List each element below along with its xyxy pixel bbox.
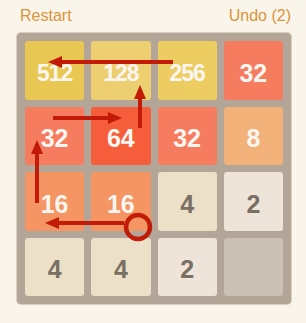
board-grid[interactable]: 512 128 256 32 32 64 32 8 16 16 4 2 4 4 … bbox=[17, 33, 291, 304]
undo-button[interactable]: Undo (2) bbox=[229, 7, 291, 25]
tile: 32 bbox=[158, 107, 217, 166]
tile: 512 bbox=[25, 41, 84, 100]
tile: 16 bbox=[25, 172, 84, 231]
tile: 4 bbox=[91, 238, 150, 297]
tile: 32 bbox=[224, 41, 283, 100]
tile: 16 bbox=[91, 172, 150, 231]
tile: 2 bbox=[224, 172, 283, 231]
tile: 8 bbox=[224, 107, 283, 166]
top-bar: Restart Undo (2) bbox=[0, 0, 306, 33]
tile: 128 bbox=[91, 41, 150, 100]
empty-cell bbox=[224, 238, 283, 297]
restart-button[interactable]: Restart bbox=[20, 7, 72, 25]
tile: 32 bbox=[25, 107, 84, 166]
tile: 64 bbox=[91, 107, 150, 166]
tile: 2 bbox=[158, 238, 217, 297]
tile: 4 bbox=[158, 172, 217, 231]
tile: 4 bbox=[25, 238, 84, 297]
tile: 256 bbox=[158, 41, 217, 100]
